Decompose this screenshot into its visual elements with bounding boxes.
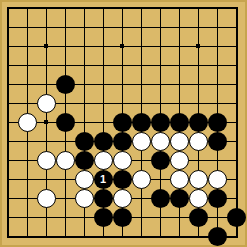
- white-stone[interactable]: [56, 151, 75, 170]
- intersection-b7[interactable]: [18, 113, 37, 132]
- intersection-m3[interactable]: [227, 189, 246, 208]
- intersection-i3[interactable]: [151, 189, 170, 208]
- intersection-l11[interactable]: [208, 37, 227, 56]
- intersection-m11[interactable]: [227, 37, 246, 56]
- intersection-k2[interactable]: [189, 208, 208, 227]
- intersection-a5[interactable]: [0, 151, 18, 170]
- intersection-h3[interactable]: [132, 189, 151, 208]
- intersection-f7[interactable]: [94, 113, 113, 132]
- intersection-f4[interactable]: 1: [94, 170, 113, 189]
- black-stone[interactable]: [189, 113, 208, 132]
- intersection-g2[interactable]: [113, 208, 132, 227]
- intersection-h5[interactable]: [132, 151, 151, 170]
- black-stone[interactable]: [75, 151, 94, 170]
- intersection-c6[interactable]: [37, 132, 56, 151]
- intersection-c5[interactable]: [37, 151, 56, 170]
- intersection-e5[interactable]: [75, 151, 94, 170]
- intersection-k11[interactable]: [189, 37, 208, 56]
- intersection-b9[interactable]: [18, 75, 37, 94]
- intersection-b3[interactable]: [18, 189, 37, 208]
- black-stone[interactable]: [94, 189, 113, 208]
- intersection-a6[interactable]: [0, 132, 18, 151]
- black-stone[interactable]: [94, 208, 113, 227]
- intersection-a7[interactable]: [0, 113, 18, 132]
- black-stone[interactable]: [170, 189, 189, 208]
- intersection-b10[interactable]: [18, 56, 37, 75]
- intersection-e8[interactable]: [75, 94, 94, 113]
- intersection-j3[interactable]: [170, 189, 189, 208]
- intersection-f2[interactable]: [94, 208, 113, 227]
- intersection-e4[interactable]: [75, 170, 94, 189]
- intersection-m2[interactable]: [227, 208, 246, 227]
- intersection-b5[interactable]: [18, 151, 37, 170]
- intersection-g4[interactable]: [113, 170, 132, 189]
- intersection-d2[interactable]: [56, 208, 75, 227]
- white-stone[interactable]: [132, 170, 151, 189]
- intersection-k3[interactable]: [189, 189, 208, 208]
- intersection-e3[interactable]: [75, 189, 94, 208]
- black-stone[interactable]: [208, 227, 227, 246]
- white-stone[interactable]: [37, 94, 56, 113]
- intersection-g5[interactable]: [113, 151, 132, 170]
- intersection-j12[interactable]: [170, 18, 189, 37]
- white-stone[interactable]: [18, 113, 37, 132]
- board-grid: 1: [0, 0, 246, 246]
- intersection-i2[interactable]: [151, 208, 170, 227]
- white-stone[interactable]: [170, 151, 189, 170]
- intersection-k13[interactable]: [189, 0, 208, 18]
- intersection-l9[interactable]: [208, 75, 227, 94]
- intersection-l1[interactable]: [208, 227, 227, 246]
- intersection-i11[interactable]: [151, 37, 170, 56]
- intersection-k9[interactable]: [189, 75, 208, 94]
- intersection-d5[interactable]: [56, 151, 75, 170]
- white-stone[interactable]: [151, 132, 170, 151]
- intersection-l2[interactable]: [208, 208, 227, 227]
- intersection-m4[interactable]: [227, 170, 246, 189]
- intersection-m13[interactable]: [227, 0, 246, 18]
- intersection-g6[interactable]: [113, 132, 132, 151]
- intersection-i5[interactable]: [151, 151, 170, 170]
- white-stone[interactable]: [37, 151, 56, 170]
- intersection-k10[interactable]: [189, 56, 208, 75]
- black-stone[interactable]: [170, 113, 189, 132]
- intersection-m12[interactable]: [227, 18, 246, 37]
- intersection-b2[interactable]: [18, 208, 37, 227]
- intersection-h2[interactable]: [132, 208, 151, 227]
- intersection-e13[interactable]: [75, 0, 94, 18]
- intersection-e10[interactable]: [75, 56, 94, 75]
- white-stone[interactable]: [37, 189, 56, 208]
- black-stone[interactable]: [94, 132, 113, 151]
- intersection-l12[interactable]: [208, 18, 227, 37]
- intersection-k5[interactable]: [189, 151, 208, 170]
- intersection-f6[interactable]: [94, 132, 113, 151]
- intersection-f11[interactable]: [94, 37, 113, 56]
- intersection-f3[interactable]: [94, 189, 113, 208]
- intersection-d11[interactable]: [56, 37, 75, 56]
- intersection-k12[interactable]: [189, 18, 208, 37]
- intersection-d6[interactable]: [56, 132, 75, 151]
- black-stone[interactable]: [227, 208, 246, 227]
- intersection-c3[interactable]: [37, 189, 56, 208]
- intersection-m9[interactable]: [227, 75, 246, 94]
- intersection-g8[interactable]: [113, 94, 132, 113]
- intersection-j9[interactable]: [170, 75, 189, 94]
- intersection-g9[interactable]: [113, 75, 132, 94]
- intersection-h4[interactable]: [132, 170, 151, 189]
- intersection-i6[interactable]: [151, 132, 170, 151]
- intersection-g3[interactable]: [113, 189, 132, 208]
- intersection-f9[interactable]: [94, 75, 113, 94]
- white-stone[interactable]: [189, 170, 208, 189]
- intersection-j5[interactable]: [170, 151, 189, 170]
- intersection-m5[interactable]: [227, 151, 246, 170]
- intersection-g11[interactable]: [113, 37, 132, 56]
- white-stone[interactable]: [170, 170, 189, 189]
- intersection-e12[interactable]: [75, 18, 94, 37]
- intersection-g1[interactable]: [113, 227, 132, 246]
- intersection-h10[interactable]: [132, 56, 151, 75]
- intersection-j1[interactable]: [170, 227, 189, 246]
- intersection-c8[interactable]: [37, 94, 56, 113]
- intersection-j8[interactable]: [170, 94, 189, 113]
- intersection-l8[interactable]: [208, 94, 227, 113]
- intersection-l5[interactable]: [208, 151, 227, 170]
- intersection-h9[interactable]: [132, 75, 151, 94]
- intersection-c9[interactable]: [37, 75, 56, 94]
- black-stone[interactable]: [208, 113, 227, 132]
- intersection-d13[interactable]: [56, 0, 75, 18]
- intersection-c1[interactable]: [37, 227, 56, 246]
- intersection-b6[interactable]: [18, 132, 37, 151]
- intersection-d1[interactable]: [56, 227, 75, 246]
- intersection-h11[interactable]: [132, 37, 151, 56]
- intersection-k8[interactable]: [189, 94, 208, 113]
- white-stone[interactable]: [189, 189, 208, 208]
- black-stone[interactable]: [189, 208, 208, 227]
- intersection-a8[interactable]: [0, 94, 18, 113]
- intersection-i4[interactable]: [151, 170, 170, 189]
- intersection-a12[interactable]: [0, 18, 18, 37]
- intersection-b12[interactable]: [18, 18, 37, 37]
- black-stone[interactable]: [151, 113, 170, 132]
- white-stone[interactable]: [75, 189, 94, 208]
- white-stone[interactable]: [208, 170, 227, 189]
- intersection-e7[interactable]: [75, 113, 94, 132]
- black-stone[interactable]: [151, 151, 170, 170]
- black-stone[interactable]: [113, 208, 132, 227]
- intersection-g13[interactable]: [113, 0, 132, 18]
- intersection-b1[interactable]: [18, 227, 37, 246]
- intersection-c2[interactable]: [37, 208, 56, 227]
- intersection-i1[interactable]: [151, 227, 170, 246]
- intersection-a11[interactable]: [0, 37, 18, 56]
- intersection-l13[interactable]: [208, 0, 227, 18]
- intersection-a2[interactable]: [0, 208, 18, 227]
- intersection-a13[interactable]: [0, 0, 18, 18]
- white-stone[interactable]: [189, 132, 208, 151]
- intersection-j13[interactable]: [170, 0, 189, 18]
- intersection-e6[interactable]: [75, 132, 94, 151]
- intersection-h13[interactable]: [132, 0, 151, 18]
- intersection-l10[interactable]: [208, 56, 227, 75]
- intersection-j7[interactable]: [170, 113, 189, 132]
- intersection-l6[interactable]: [208, 132, 227, 151]
- intersection-m7[interactable]: [227, 113, 246, 132]
- intersection-k7[interactable]: [189, 113, 208, 132]
- intersection-a1[interactable]: [0, 227, 18, 246]
- intersection-h12[interactable]: [132, 18, 151, 37]
- intersection-d7[interactable]: [56, 113, 75, 132]
- intersection-e9[interactable]: [75, 75, 94, 94]
- intersection-a10[interactable]: [0, 56, 18, 75]
- intersection-f5[interactable]: [94, 151, 113, 170]
- intersection-c7[interactable]: [37, 113, 56, 132]
- intersection-c12[interactable]: [37, 18, 56, 37]
- black-stone[interactable]: [208, 189, 227, 208]
- intersection-d10[interactable]: [56, 56, 75, 75]
- intersection-c4[interactable]: [37, 170, 56, 189]
- black-stone[interactable]: 1: [94, 170, 113, 189]
- white-stone[interactable]: [94, 151, 113, 170]
- intersection-f12[interactable]: [94, 18, 113, 37]
- black-stone[interactable]: [113, 113, 132, 132]
- intersection-m8[interactable]: [227, 94, 246, 113]
- black-stone[interactable]: [75, 132, 94, 151]
- black-stone[interactable]: [132, 113, 151, 132]
- black-stone[interactable]: [113, 170, 132, 189]
- intersection-a9[interactable]: [0, 75, 18, 94]
- black-stone[interactable]: [208, 132, 227, 151]
- white-stone[interactable]: [113, 151, 132, 170]
- intersection-k4[interactable]: [189, 170, 208, 189]
- intersection-g7[interactable]: [113, 113, 132, 132]
- intersection-i8[interactable]: [151, 94, 170, 113]
- intersection-e1[interactable]: [75, 227, 94, 246]
- black-stone[interactable]: [56, 75, 75, 94]
- black-stone[interactable]: [56, 113, 75, 132]
- intersection-f13[interactable]: [94, 0, 113, 18]
- intersection-m6[interactable]: [227, 132, 246, 151]
- intersection-f8[interactable]: [94, 94, 113, 113]
- intersection-k1[interactable]: [189, 227, 208, 246]
- intersection-i13[interactable]: [151, 0, 170, 18]
- intersection-b8[interactable]: [18, 94, 37, 113]
- intersection-j2[interactable]: [170, 208, 189, 227]
- intersection-h7[interactable]: [132, 113, 151, 132]
- intersection-h6[interactable]: [132, 132, 151, 151]
- white-stone[interactable]: [75, 170, 94, 189]
- intersection-i9[interactable]: [151, 75, 170, 94]
- intersection-i12[interactable]: [151, 18, 170, 37]
- move-number-label: 1: [100, 174, 106, 185]
- intersection-g12[interactable]: [113, 18, 132, 37]
- intersection-c13[interactable]: [37, 0, 56, 18]
- black-stone[interactable]: [113, 132, 132, 151]
- intersection-b13[interactable]: [18, 0, 37, 18]
- intersection-c11[interactable]: [37, 37, 56, 56]
- intersection-l4[interactable]: [208, 170, 227, 189]
- intersection-j10[interactable]: [170, 56, 189, 75]
- intersection-e2[interactable]: [75, 208, 94, 227]
- intersection-d9[interactable]: [56, 75, 75, 94]
- intersection-i10[interactable]: [151, 56, 170, 75]
- black-stone[interactable]: [151, 189, 170, 208]
- intersection-k6[interactable]: [189, 132, 208, 151]
- intersection-h1[interactable]: [132, 227, 151, 246]
- intersection-g10[interactable]: [113, 56, 132, 75]
- intersection-d8[interactable]: [56, 94, 75, 113]
- intersection-d12[interactable]: [56, 18, 75, 37]
- intersection-c10[interactable]: [37, 56, 56, 75]
- intersection-a4[interactable]: [0, 170, 18, 189]
- intersection-d3[interactable]: [56, 189, 75, 208]
- intersection-i7[interactable]: [151, 113, 170, 132]
- white-stone[interactable]: [132, 132, 151, 151]
- intersection-d4[interactable]: [56, 170, 75, 189]
- white-stone[interactable]: [113, 189, 132, 208]
- intersection-e11[interactable]: [75, 37, 94, 56]
- intersection-l3[interactable]: [208, 189, 227, 208]
- intersection-m1[interactable]: [227, 227, 246, 246]
- intersection-j11[interactable]: [170, 37, 189, 56]
- white-stone[interactable]: [170, 132, 189, 151]
- intersection-f10[interactable]: [94, 56, 113, 75]
- intersection-m10[interactable]: [227, 56, 246, 75]
- intersection-b4[interactable]: [18, 170, 37, 189]
- intersection-l7[interactable]: [208, 113, 227, 132]
- intersection-b11[interactable]: [18, 37, 37, 56]
- go-board: 1: [0, 0, 247, 247]
- intersection-j4[interactable]: [170, 170, 189, 189]
- intersection-j6[interactable]: [170, 132, 189, 151]
- intersection-h8[interactable]: [132, 94, 151, 113]
- intersection-a3[interactable]: [0, 189, 18, 208]
- intersection-f1[interactable]: [94, 227, 113, 246]
